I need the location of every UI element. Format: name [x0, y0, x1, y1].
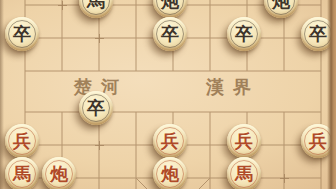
- piece-black-pawn[interactable]: 卒: [79, 91, 113, 125]
- piece-character: 炮: [50, 165, 68, 183]
- point-marker: [280, 174, 289, 183]
- piece-character: 卒: [235, 25, 253, 43]
- piece-character: 兵: [161, 132, 179, 150]
- piece-character: 馬: [87, 0, 105, 10]
- board-right-edge: [327, 0, 336, 189]
- piece-character: 卒: [161, 25, 179, 43]
- point-marker: [95, 141, 104, 150]
- piece-black-pawn[interactable]: 卒: [153, 17, 187, 51]
- xiangqi-board: 楚河 漢界 馬炮炮卒卒卒卒卒兵兵兵兵馬炮炮馬: [0, 0, 336, 189]
- piece-character: 兵: [13, 132, 31, 150]
- piece-red-cannon[interactable]: 炮: [153, 157, 187, 189]
- piece-red-pawn[interactable]: 兵: [153, 124, 187, 158]
- piece-red-pawn[interactable]: 兵: [227, 124, 261, 158]
- piece-black-pawn[interactable]: 卒: [5, 17, 39, 51]
- piece-character: 兵: [309, 132, 327, 150]
- piece-character: 馬: [235, 165, 253, 183]
- piece-character: 卒: [87, 99, 105, 117]
- piece-black-pawn[interactable]: 卒: [227, 17, 261, 51]
- piece-character: 卒: [309, 25, 327, 43]
- piece-character: 炮: [161, 165, 179, 183]
- piece-character: 卒: [13, 25, 31, 43]
- piece-character: 兵: [235, 132, 253, 150]
- piece-character: 炮: [272, 0, 290, 10]
- piece-red-pawn[interactable]: 兵: [5, 124, 39, 158]
- point-marker: [95, 34, 104, 43]
- board-left-edge-shadow: [0, 0, 4, 189]
- piece-character: 炮: [161, 0, 179, 10]
- piece-red-horse[interactable]: 馬: [5, 157, 39, 189]
- piece-character: 馬: [13, 165, 31, 183]
- river-label-hanjie: 漢界: [206, 75, 260, 97]
- point-marker: [58, 1, 67, 10]
- piece-red-horse[interactable]: 馬: [227, 157, 261, 189]
- piece-red-cannon[interactable]: 炮: [42, 157, 76, 189]
